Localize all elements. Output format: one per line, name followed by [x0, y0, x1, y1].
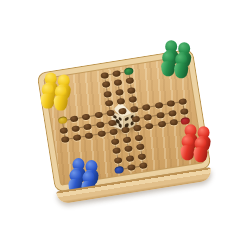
- red-peg-body: [194, 147, 208, 162]
- photo-background: [0, 0, 250, 250]
- track-hole: [156, 111, 165, 118]
- die-pip: [125, 117, 129, 122]
- yellow-start-pegs: [41, 72, 71, 112]
- track-hole: [95, 121, 104, 128]
- red-peg-body: [181, 145, 195, 160]
- red-start-pegs: [181, 124, 211, 164]
- green-start-pegs: [161, 40, 191, 80]
- yellow-peg-body: [41, 93, 55, 108]
- track-hole: [108, 119, 117, 126]
- board: [36, 48, 213, 205]
- die-pip: [118, 123, 122, 128]
- red-peg[interactable]: [181, 135, 195, 161]
- track-hole: [168, 109, 177, 116]
- green-peg-body: [174, 63, 188, 78]
- green-peg-body: [161, 61, 175, 76]
- green-peg[interactable]: [161, 51, 175, 77]
- green-peg[interactable]: [174, 53, 188, 79]
- red-peg[interactable]: [194, 137, 208, 163]
- yellow-peg-body: [54, 95, 68, 110]
- yellow-peg[interactable]: [54, 85, 68, 111]
- yellow-peg[interactable]: [41, 83, 55, 109]
